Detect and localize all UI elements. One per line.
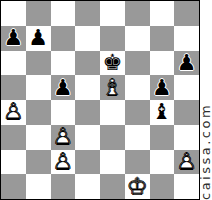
square-a8[interactable] — [1, 1, 26, 26]
piece-white-pawn[interactable]: ♟♙ — [177, 151, 197, 173]
square-f5[interactable] — [125, 75, 150, 100]
square-c4[interactable] — [51, 100, 76, 125]
square-b7[interactable]: ♟ — [26, 26, 51, 51]
square-f3[interactable] — [125, 125, 150, 150]
square-e7[interactable] — [100, 26, 125, 51]
square-g5[interactable]: ♟ — [150, 75, 175, 100]
square-g1[interactable] — [150, 174, 175, 199]
square-h6[interactable]: ♟ — [174, 51, 199, 76]
square-f7[interactable] — [125, 26, 150, 51]
piece-black-bishop[interactable]: ♝ — [152, 101, 172, 123]
square-f1[interactable]: ♚♔ — [125, 174, 150, 199]
square-d1[interactable] — [75, 174, 100, 199]
square-e2[interactable] — [100, 150, 125, 175]
square-a3[interactable] — [1, 125, 26, 150]
square-e6[interactable]: ♚ — [100, 51, 125, 76]
square-h8[interactable] — [174, 1, 199, 26]
square-f2[interactable] — [125, 150, 150, 175]
square-e8[interactable] — [100, 1, 125, 26]
square-f4[interactable] — [125, 100, 150, 125]
square-d3[interactable] — [75, 125, 100, 150]
square-b5[interactable] — [26, 75, 51, 100]
square-b2[interactable] — [26, 150, 51, 175]
square-g3[interactable] — [150, 125, 175, 150]
piece-black-pawn[interactable]: ♟ — [152, 77, 172, 99]
square-g8[interactable] — [150, 1, 175, 26]
square-g6[interactable] — [150, 51, 175, 76]
piece-outline-layer: ♙ — [53, 126, 73, 148]
caissa-watermark: caissa.com — [200, 103, 212, 200]
square-a7[interactable]: ♟ — [1, 26, 26, 51]
chess-board: ♟♟♚♟♟♝♗♟♟♙♝♟♙♟♙♟♙♚♔ — [0, 0, 200, 200]
square-f8[interactable] — [125, 1, 150, 26]
square-c1[interactable] — [51, 174, 76, 199]
square-a1[interactable] — [1, 174, 26, 199]
square-c6[interactable] — [51, 51, 76, 76]
square-h4[interactable] — [174, 100, 199, 125]
square-a2[interactable] — [1, 150, 26, 175]
piece-outline-layer: ♗ — [103, 77, 123, 99]
square-c2[interactable]: ♟♙ — [51, 150, 76, 175]
square-d7[interactable] — [75, 26, 100, 51]
square-a5[interactable] — [1, 75, 26, 100]
square-e1[interactable] — [100, 174, 125, 199]
square-d6[interactable] — [75, 51, 100, 76]
square-c8[interactable] — [51, 1, 76, 26]
square-e4[interactable] — [100, 100, 125, 125]
square-g2[interactable] — [150, 150, 175, 175]
square-h1[interactable] — [174, 174, 199, 199]
piece-black-pawn[interactable]: ♟ — [28, 27, 48, 49]
square-b4[interactable] — [26, 100, 51, 125]
piece-white-bishop[interactable]: ♝♗ — [103, 77, 123, 99]
square-b6[interactable] — [26, 51, 51, 76]
piece-black-king[interactable]: ♚ — [103, 52, 123, 74]
square-e3[interactable] — [100, 125, 125, 150]
piece-white-pawn[interactable]: ♟♙ — [4, 101, 24, 123]
square-h5[interactable] — [174, 75, 199, 100]
square-b8[interactable] — [26, 1, 51, 26]
square-a6[interactable] — [1, 51, 26, 76]
square-h7[interactable] — [174, 26, 199, 51]
square-c5[interactable]: ♟ — [51, 75, 76, 100]
square-h2[interactable]: ♟♙ — [174, 150, 199, 175]
square-e5[interactable]: ♝♗ — [100, 75, 125, 100]
square-b3[interactable] — [26, 125, 51, 150]
square-d5[interactable] — [75, 75, 100, 100]
square-a4[interactable]: ♟♙ — [1, 100, 26, 125]
piece-black-pawn[interactable]: ♟ — [177, 52, 197, 74]
piece-outline-layer: ♙ — [53, 151, 73, 173]
piece-outline-layer: ♙ — [4, 101, 24, 123]
piece-white-pawn[interactable]: ♟♙ — [53, 151, 73, 173]
piece-outline-layer: ♔ — [127, 176, 147, 198]
square-b1[interactable] — [26, 174, 51, 199]
piece-black-pawn[interactable]: ♟ — [53, 77, 73, 99]
piece-black-pawn[interactable]: ♟ — [4, 27, 24, 49]
square-c3[interactable]: ♟♙ — [51, 125, 76, 150]
square-d2[interactable] — [75, 150, 100, 175]
square-c7[interactable] — [51, 26, 76, 51]
piece-white-pawn[interactable]: ♟♙ — [53, 126, 73, 148]
square-h3[interactable] — [174, 125, 199, 150]
square-g7[interactable] — [150, 26, 175, 51]
square-d4[interactable] — [75, 100, 100, 125]
square-d8[interactable] — [75, 1, 100, 26]
piece-white-king[interactable]: ♚♔ — [127, 176, 147, 198]
piece-outline-layer: ♙ — [177, 151, 197, 173]
chess-diagram: ♟♟♚♟♟♝♗♟♟♙♝♟♙♟♙♟♙♚♔ caissa.com — [0, 0, 212, 200]
square-f6[interactable] — [125, 51, 150, 76]
square-g4[interactable]: ♝ — [150, 100, 175, 125]
